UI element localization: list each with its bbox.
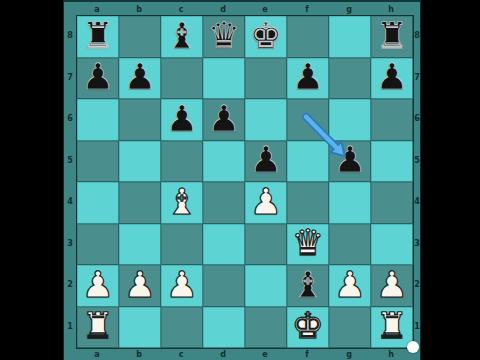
coord-label: 5 (64, 140, 76, 182)
square-h6[interactable] (371, 99, 413, 141)
white-pawn[interactable]: ♟ (166, 267, 198, 303)
black-pawn[interactable]: ♟ (124, 59, 156, 95)
square-d5[interactable] (203, 141, 245, 183)
chess-board[interactable]: ♜♝♛♚♜♟♟♟♟♟♟♟♟♝♟♛♟♟♟♝♟♟♜♚♜ (76, 15, 414, 349)
file-labels-top: abcdefgh (76, 3, 412, 15)
black-pawn[interactable]: ♟ (376, 59, 408, 95)
square-f3[interactable]: ♛ (287, 224, 329, 266)
square-a7[interactable]: ♟ (77, 58, 119, 100)
black-pawn[interactable]: ♟ (250, 142, 282, 178)
black-queen[interactable]: ♛ (208, 18, 240, 54)
square-g7[interactable] (329, 58, 371, 100)
black-pawn[interactable]: ♟ (166, 101, 198, 137)
square-g6[interactable] (329, 99, 371, 141)
white-pawn[interactable]: ♟ (124, 267, 156, 303)
square-f7[interactable]: ♟ (287, 58, 329, 100)
square-a5[interactable] (77, 141, 119, 183)
square-b6[interactable] (119, 99, 161, 141)
coord-label: 8 (64, 15, 76, 57)
white-bishop[interactable]: ♝ (166, 184, 198, 220)
black-bishop[interactable]: ♝ (292, 267, 324, 303)
square-g1[interactable] (329, 307, 371, 349)
square-c2[interactable]: ♟ (161, 265, 203, 307)
white-queen[interactable]: ♛ (292, 225, 324, 261)
square-g5[interactable]: ♟ (329, 141, 371, 183)
square-c1[interactable] (161, 307, 203, 349)
square-a6[interactable] (77, 99, 119, 141)
square-c5[interactable] (161, 141, 203, 183)
square-b8[interactable] (119, 16, 161, 58)
square-d8[interactable]: ♛ (203, 16, 245, 58)
coord-label: 1 (64, 306, 76, 348)
square-h5[interactable] (371, 141, 413, 183)
square-h2[interactable]: ♟ (371, 265, 413, 307)
coord-label: a (76, 3, 118, 15)
coord-label: h (370, 3, 412, 15)
white-pawn[interactable]: ♟ (250, 184, 282, 220)
white-pawn[interactable]: ♟ (376, 267, 408, 303)
square-a2[interactable]: ♟ (77, 265, 119, 307)
square-b2[interactable]: ♟ (119, 265, 161, 307)
coord-label: 2 (64, 264, 76, 306)
square-d2[interactable] (203, 265, 245, 307)
file-labels-bottom: abcdefgh (76, 348, 412, 360)
square-b7[interactable]: ♟ (119, 58, 161, 100)
black-pawn[interactable]: ♟ (82, 59, 114, 95)
square-e8[interactable]: ♚ (245, 16, 287, 58)
square-g8[interactable] (329, 16, 371, 58)
square-b1[interactable] (119, 307, 161, 349)
square-a4[interactable] (77, 182, 119, 224)
square-d4[interactable] (203, 182, 245, 224)
square-b3[interactable] (119, 224, 161, 266)
square-e5[interactable]: ♟ (245, 141, 287, 183)
black-pawn[interactable]: ♟ (208, 101, 240, 137)
coord-label: e (244, 348, 286, 360)
square-d7[interactable] (203, 58, 245, 100)
square-f2[interactable]: ♝ (287, 265, 329, 307)
square-d6[interactable]: ♟ (203, 99, 245, 141)
square-e2[interactable] (245, 265, 287, 307)
coord-label: 6 (64, 98, 76, 140)
black-rook[interactable]: ♜ (376, 18, 408, 54)
coord-label: f (286, 348, 328, 360)
black-pawn[interactable]: ♟ (334, 142, 366, 178)
coord-label: c (160, 348, 202, 360)
white-pawn[interactable]: ♟ (334, 267, 366, 303)
black-rook[interactable]: ♜ (82, 18, 114, 54)
square-f4[interactable] (287, 182, 329, 224)
square-b5[interactable] (119, 141, 161, 183)
square-e1[interactable] (245, 307, 287, 349)
coord-label: b (118, 348, 160, 360)
square-c8[interactable]: ♝ (161, 16, 203, 58)
coord-label: 3 (64, 223, 76, 265)
coord-label: 7 (64, 57, 76, 99)
turn-indicator (407, 341, 419, 353)
square-f8[interactable] (287, 16, 329, 58)
coord-label: h (370, 348, 412, 360)
square-a8[interactable]: ♜ (77, 16, 119, 58)
white-rook[interactable]: ♜ (82, 308, 114, 344)
square-g3[interactable] (329, 224, 371, 266)
square-c7[interactable] (161, 58, 203, 100)
square-c4[interactable]: ♝ (161, 182, 203, 224)
square-b4[interactable] (119, 182, 161, 224)
coord-label: g (328, 3, 370, 15)
square-c3[interactable] (161, 224, 203, 266)
square-h1[interactable]: ♜ (371, 307, 413, 349)
white-rook[interactable]: ♜ (376, 308, 408, 344)
square-f6[interactable] (287, 99, 329, 141)
black-pawn[interactable]: ♟ (292, 59, 324, 95)
white-king[interactable]: ♚ (292, 308, 324, 344)
coord-label: a (76, 348, 118, 360)
square-e6[interactable] (245, 99, 287, 141)
white-pawn[interactable]: ♟ (82, 267, 114, 303)
square-f5[interactable] (287, 141, 329, 183)
coord-label: 4 (64, 181, 76, 223)
black-bishop[interactable]: ♝ (166, 18, 198, 54)
rank-labels-left: 87654321 (64, 15, 76, 347)
square-a3[interactable] (77, 224, 119, 266)
square-f1[interactable]: ♚ (287, 307, 329, 349)
square-h7[interactable]: ♟ (371, 58, 413, 100)
coord-label: d (202, 348, 244, 360)
square-g2[interactable]: ♟ (329, 265, 371, 307)
square-g4[interactable] (329, 182, 371, 224)
coord-label: d (202, 3, 244, 15)
square-e3[interactable] (245, 224, 287, 266)
coord-label: f (286, 3, 328, 15)
square-h3[interactable] (371, 224, 413, 266)
square-a1[interactable]: ♜ (77, 307, 119, 349)
coord-label: g (328, 348, 370, 360)
square-d1[interactable] (203, 307, 245, 349)
square-h4[interactable] (371, 182, 413, 224)
board-frame: abcdefgh abcdefgh 87654321 87654321 ♜♝♛♚… (63, 0, 421, 360)
square-h8[interactable]: ♜ (371, 16, 413, 58)
coord-label: c (160, 3, 202, 15)
square-e4[interactable]: ♟ (245, 182, 287, 224)
square-e7[interactable] (245, 58, 287, 100)
coord-label: b (118, 3, 160, 15)
black-king[interactable]: ♚ (250, 18, 282, 54)
square-c6[interactable]: ♟ (161, 99, 203, 141)
coord-label: e (244, 3, 286, 15)
square-d3[interactable] (203, 224, 245, 266)
